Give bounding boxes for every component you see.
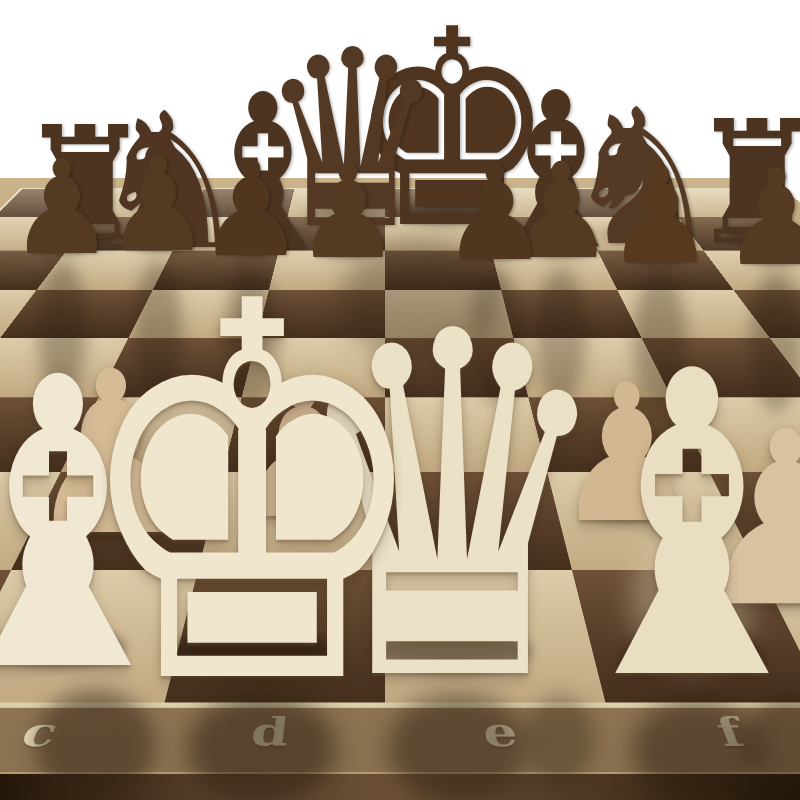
piece-black-pawn-g7[interactable]: ♟ <box>606 149 714 283</box>
piece-black-pawn-h7[interactable]: ♟ <box>722 151 800 285</box>
pieces-layer: ♚♛♞♜♝♞♝♜♟♟♟♟♟♟♟♟♟♟♟♟♝♛♚♝ <box>0 0 800 800</box>
piece-white-king-d1[interactable]: ♚ <box>70 236 434 756</box>
product-photo-chess-scene: a b c d e f g h ♚♛♞♜♝♞♝♜♟♟♟♟♟♟♟♟♟♟♟♟♝♛♚♝ <box>0 0 800 800</box>
piece-white-bishop-f1[interactable]: ♝ <box>545 318 800 738</box>
